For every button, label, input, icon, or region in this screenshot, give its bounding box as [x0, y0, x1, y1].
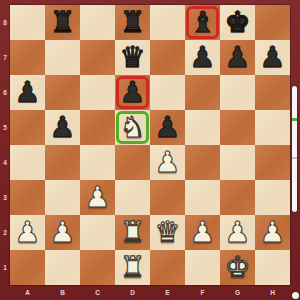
file-label-d: D [115, 287, 150, 300]
piece-black-pawn[interactable]: ♟ [150, 110, 185, 145]
rank-label-3: 3 [0, 180, 10, 215]
file-label-a: A [10, 287, 45, 300]
square-e6[interactable] [150, 75, 185, 110]
board-frame: ♜♜♝♚♛♟♟♟♟♟♟♞♟♟♟♟♟♜♛♟♟♟♜♚ 87654321 ABCDEF… [0, 0, 300, 300]
square-f2[interactable]: ♟ [185, 215, 220, 250]
square-e2[interactable]: ♛ [150, 215, 185, 250]
piece-white-knight[interactable]: ♞ [115, 110, 150, 145]
rank-label-2: 2 [0, 215, 10, 250]
square-c7[interactable] [80, 40, 115, 75]
square-g3[interactable] [220, 180, 255, 215]
piece-black-pawn[interactable]: ♟ [10, 75, 45, 110]
square-e3[interactable] [150, 180, 185, 215]
piece-black-king[interactable]: ♚ [220, 5, 255, 40]
piece-white-pawn[interactable]: ♟ [10, 215, 45, 250]
square-f8[interactable]: ♝ [185, 5, 220, 40]
square-c3[interactable]: ♟ [80, 180, 115, 215]
piece-black-bishop[interactable]: ♝ [185, 5, 220, 40]
square-d2[interactable]: ♜ [115, 215, 150, 250]
piece-white-queen[interactable]: ♛ [150, 215, 185, 250]
square-f3[interactable] [185, 180, 220, 215]
scrollbar-track[interactable] [292, 86, 297, 212]
square-b1[interactable] [45, 250, 80, 285]
piece-white-pawn[interactable]: ♟ [220, 215, 255, 250]
square-b5[interactable]: ♟ [45, 110, 80, 145]
corner-dot [292, 292, 299, 299]
rank-label-4: 4 [0, 145, 10, 180]
piece-white-rook[interactable]: ♜ [115, 250, 150, 285]
square-d7[interactable]: ♛ [115, 40, 150, 75]
chess-board: ♜♜♝♚♛♟♟♟♟♟♟♞♟♟♟♟♟♜♛♟♟♟♜♚ [10, 5, 290, 285]
square-f5[interactable] [185, 110, 220, 145]
piece-black-pawn[interactable]: ♟ [185, 40, 220, 75]
square-d3[interactable] [115, 180, 150, 215]
square-g6[interactable] [220, 75, 255, 110]
square-b8[interactable]: ♜ [45, 5, 80, 40]
square-b2[interactable]: ♟ [45, 215, 80, 250]
square-c6[interactable] [80, 75, 115, 110]
piece-white-pawn[interactable]: ♟ [150, 145, 185, 180]
piece-black-pawn[interactable]: ♟ [115, 75, 150, 110]
square-a2[interactable]: ♟ [10, 215, 45, 250]
square-f7[interactable]: ♟ [185, 40, 220, 75]
square-d6[interactable]: ♟ [115, 75, 150, 110]
rank-label-1: 1 [0, 250, 10, 285]
square-h3[interactable] [255, 180, 290, 215]
square-b4[interactable] [45, 145, 80, 180]
square-c5[interactable] [80, 110, 115, 145]
square-a6[interactable]: ♟ [10, 75, 45, 110]
square-c1[interactable] [80, 250, 115, 285]
square-b7[interactable] [45, 40, 80, 75]
piece-black-rook[interactable]: ♜ [115, 5, 150, 40]
piece-white-pawn[interactable]: ♟ [45, 215, 80, 250]
file-label-f: F [185, 287, 220, 300]
square-c2[interactable] [80, 215, 115, 250]
square-h6[interactable] [255, 75, 290, 110]
square-e4[interactable]: ♟ [150, 145, 185, 180]
piece-black-queen[interactable]: ♛ [115, 40, 150, 75]
square-e8[interactable] [150, 5, 185, 40]
square-b6[interactable] [45, 75, 80, 110]
square-e5[interactable]: ♟ [150, 110, 185, 145]
file-label-c: C [80, 287, 115, 300]
file-label-h: H [255, 287, 290, 300]
piece-black-pawn[interactable]: ♟ [255, 40, 290, 75]
square-g7[interactable]: ♟ [220, 40, 255, 75]
square-g2[interactable]: ♟ [220, 215, 255, 250]
piece-black-rook[interactable]: ♜ [45, 5, 80, 40]
square-h5[interactable] [255, 110, 290, 145]
scrollbar-gray-marker [292, 157, 297, 159]
square-h7[interactable]: ♟ [255, 40, 290, 75]
piece-black-pawn[interactable]: ♟ [45, 110, 80, 145]
rank-label-7: 7 [0, 40, 10, 75]
square-d5[interactable]: ♞ [115, 110, 150, 145]
square-f6[interactable] [185, 75, 220, 110]
square-g1[interactable]: ♚ [220, 250, 255, 285]
square-h2[interactable]: ♟ [255, 215, 290, 250]
square-g5[interactable] [220, 110, 255, 145]
square-e1[interactable] [150, 250, 185, 285]
rank-label-6: 6 [0, 75, 10, 110]
square-c4[interactable] [80, 145, 115, 180]
piece-white-king[interactable]: ♚ [220, 250, 255, 285]
square-a4[interactable] [10, 145, 45, 180]
square-a5[interactable] [10, 110, 45, 145]
square-b3[interactable] [45, 180, 80, 215]
square-h1[interactable] [255, 250, 290, 285]
square-g8[interactable]: ♚ [220, 5, 255, 40]
scrollbar-green-marker [292, 118, 297, 121]
square-a8[interactable] [10, 5, 45, 40]
rank-label-8: 8 [0, 5, 10, 40]
square-d4[interactable] [115, 145, 150, 180]
file-label-e: E [150, 287, 185, 300]
square-h4[interactable] [255, 145, 290, 180]
square-h8[interactable] [255, 5, 290, 40]
square-c8[interactable] [80, 5, 115, 40]
piece-white-pawn[interactable]: ♟ [185, 215, 220, 250]
square-d8[interactable]: ♜ [115, 5, 150, 40]
square-a1[interactable] [10, 250, 45, 285]
piece-black-pawn[interactable]: ♟ [220, 40, 255, 75]
square-a3[interactable] [10, 180, 45, 215]
file-label-g: G [220, 287, 255, 300]
piece-white-pawn[interactable]: ♟ [80, 180, 115, 215]
piece-white-rook[interactable]: ♜ [115, 215, 150, 250]
square-f1[interactable] [185, 250, 220, 285]
square-e7[interactable] [150, 40, 185, 75]
piece-white-pawn[interactable]: ♟ [255, 215, 290, 250]
square-g4[interactable] [220, 145, 255, 180]
square-d1[interactable]: ♜ [115, 250, 150, 285]
square-a7[interactable] [10, 40, 45, 75]
rank-label-5: 5 [0, 110, 10, 145]
square-f4[interactable] [185, 145, 220, 180]
file-label-b: B [45, 287, 80, 300]
